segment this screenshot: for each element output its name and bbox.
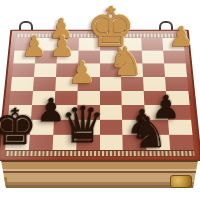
white-knight[interactable]: ♞ — [108, 41, 144, 81]
white-pawn[interactable]: ♟ — [69, 58, 96, 88]
black-king[interactable]: ♚ — [0, 102, 37, 152]
photo-canvas: ♟♚♟♟♟♞♟♟♟♟♛♚♞ — [0, 0, 200, 200]
pieces-layer: ♟♚♟♟♟♞♟♟♟♟♛♚♞ — [0, 0, 200, 200]
white-pawn[interactable]: ♟ — [169, 23, 193, 50]
black-knight[interactable]: ♞ — [130, 112, 168, 154]
white-pawn[interactable]: ♟ — [21, 33, 46, 61]
black-queen[interactable]: ♛ — [61, 100, 106, 150]
